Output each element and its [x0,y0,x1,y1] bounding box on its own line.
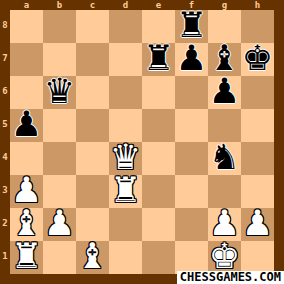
rank-label-2: 2 [0,208,10,241]
square-c1[interactable]: ♝ [76,241,109,274]
square-g4[interactable]: ♞ [208,142,241,175]
square-b2[interactable]: ♟ [43,208,76,241]
black-queen[interactable]: ♛ [44,75,75,108]
square-b6[interactable]: ♛ [43,76,76,109]
watermark: CHESSGAMES.COM [177,271,284,284]
square-d2[interactable] [109,208,142,241]
rank-label-5: 5 [0,109,10,142]
square-h7[interactable]: ♚ [241,43,274,76]
square-b8[interactable] [43,10,76,43]
square-a5[interactable]: ♟ [10,109,43,142]
square-h2[interactable]: ♟ [241,208,274,241]
square-d1[interactable] [109,241,142,274]
square-c8[interactable] [76,10,109,43]
square-f2[interactable] [175,208,208,241]
square-e5[interactable] [142,109,175,142]
square-e1[interactable] [142,241,175,274]
black-pawn[interactable]: ♟ [176,42,207,75]
square-d7[interactable] [109,43,142,76]
square-c4[interactable] [76,142,109,175]
square-e3[interactable] [142,175,175,208]
square-g6[interactable]: ♟ [208,76,241,109]
square-f6[interactable] [175,76,208,109]
square-d6[interactable] [109,76,142,109]
square-e7[interactable]: ♜ [142,43,175,76]
black-pawn[interactable]: ♟ [11,108,42,141]
square-f3[interactable] [175,175,208,208]
white-rook[interactable]: ♜ [11,240,42,273]
rank-labels: 87654321 [0,10,10,274]
white-bishop[interactable]: ♝ [77,240,108,273]
square-c5[interactable] [76,109,109,142]
file-labels: abcdefgh [10,0,274,10]
chess-board-frame: abcdefgh 87654321 ♜♜♟♝♚♛♟♟♛♞♟♜♝♟♟♟♜♝♚ CH… [0,0,284,284]
white-rook[interactable]: ♜ [110,174,141,207]
black-pawn[interactable]: ♟ [209,75,240,108]
square-b4[interactable] [43,142,76,175]
black-king[interactable]: ♚ [242,42,273,75]
square-h5[interactable] [241,109,274,142]
square-c3[interactable] [76,175,109,208]
square-b5[interactable] [43,109,76,142]
square-a7[interactable] [10,43,43,76]
square-f5[interactable] [175,109,208,142]
square-e6[interactable] [142,76,175,109]
square-h6[interactable] [241,76,274,109]
black-rook[interactable]: ♜ [143,42,174,75]
square-d3[interactable]: ♜ [109,175,142,208]
square-h4[interactable] [241,142,274,175]
square-d8[interactable] [109,10,142,43]
square-e4[interactable] [142,142,175,175]
square-e2[interactable] [142,208,175,241]
white-pawn[interactable]: ♟ [44,207,75,240]
white-king[interactable]: ♚ [209,240,240,273]
square-c6[interactable] [76,76,109,109]
rank-label-3: 3 [0,175,10,208]
square-c7[interactable] [76,43,109,76]
chess-board: ♜♜♟♝♚♛♟♟♛♞♟♜♝♟♟♟♜♝♚ [10,10,274,274]
black-knight[interactable]: ♞ [209,141,240,174]
square-f7[interactable]: ♟ [175,43,208,76]
rank-label-8: 8 [0,10,10,43]
rank-label-7: 7 [0,43,10,76]
square-a8[interactable] [10,10,43,43]
square-b1[interactable] [43,241,76,274]
square-a1[interactable]: ♜ [10,241,43,274]
square-f4[interactable] [175,142,208,175]
white-pawn[interactable]: ♟ [242,207,273,240]
rank-label-1: 1 [0,241,10,274]
rank-label-4: 4 [0,142,10,175]
rank-label-6: 6 [0,76,10,109]
